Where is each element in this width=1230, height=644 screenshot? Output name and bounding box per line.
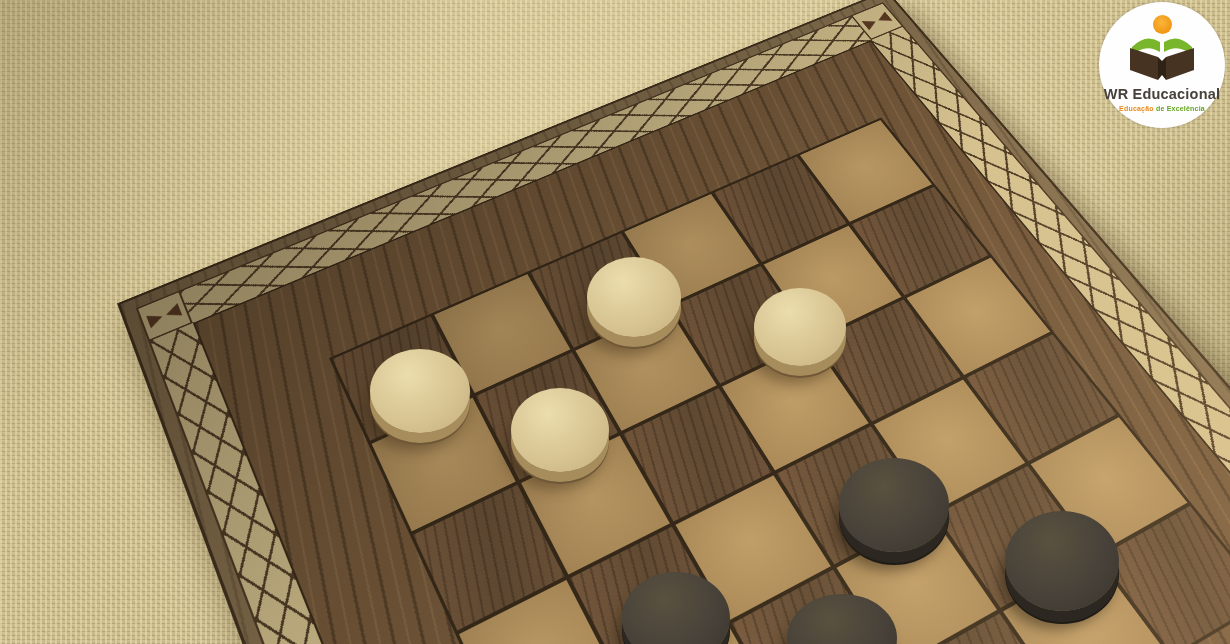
logo-subtitle-word: de (1156, 105, 1165, 112)
checkers-piece-dark[interactable] (839, 458, 949, 552)
logo-subtitle-word: Educação (1119, 105, 1154, 112)
corner-motif-triangle (146, 310, 165, 328)
logo[interactable]: WR Educacional Educação de Excelência (1099, 2, 1225, 128)
logo-subtitle: Educação de Excelência (1099, 105, 1225, 112)
checkers-piece-light[interactable] (370, 349, 470, 433)
checkers-piece-light[interactable] (587, 257, 681, 337)
logo-subtitle-word: Excelência (1167, 105, 1205, 112)
checkers-piece-light[interactable] (754, 288, 846, 366)
logo-book-icon (1126, 32, 1198, 82)
photo-scene: WR Educacional Educação de Excelência (0, 0, 1230, 644)
checkers-piece-dark[interactable] (1005, 511, 1119, 611)
corner-motif-triangle (164, 303, 183, 321)
logo-title: WR Educacional (1099, 86, 1225, 102)
checkers-piece-light[interactable] (511, 388, 609, 472)
